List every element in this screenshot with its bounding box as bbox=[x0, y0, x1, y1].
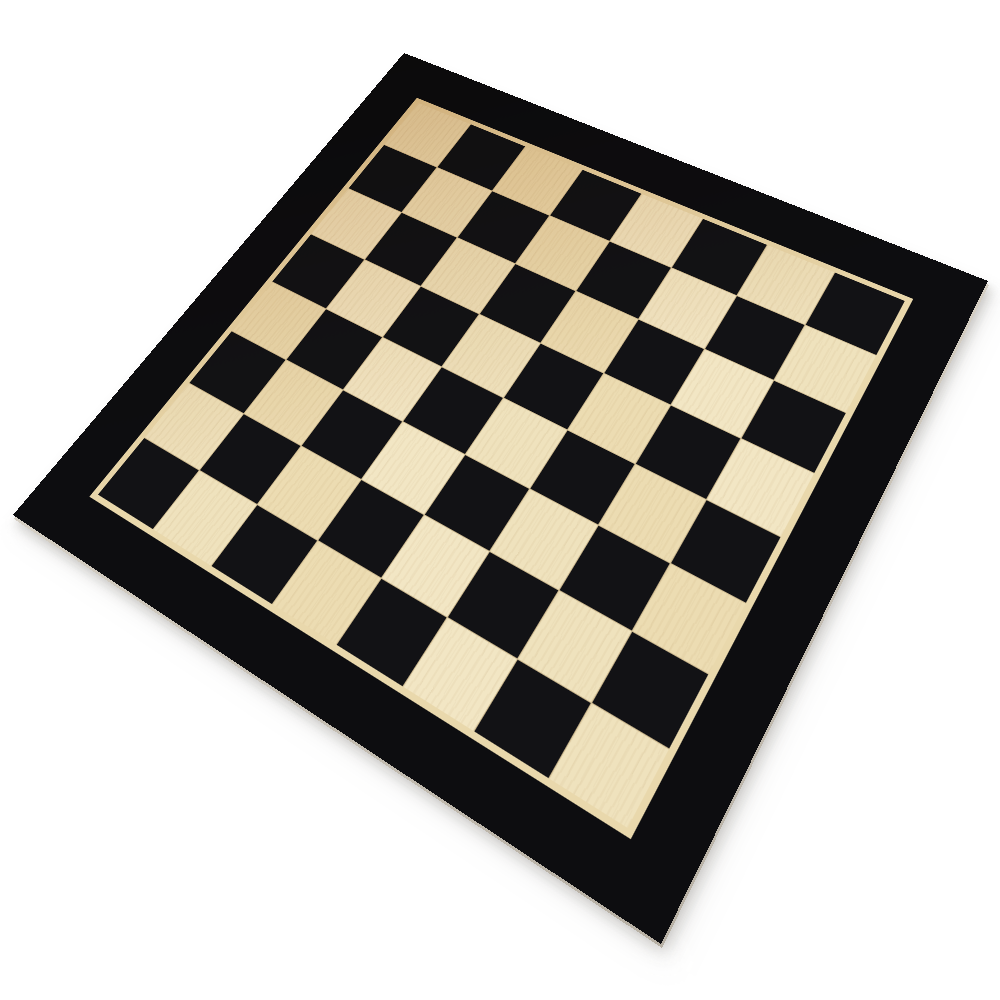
photo-background bbox=[0, 0, 1000, 1000]
playing-area bbox=[89, 98, 913, 839]
chess-board bbox=[13, 53, 988, 944]
